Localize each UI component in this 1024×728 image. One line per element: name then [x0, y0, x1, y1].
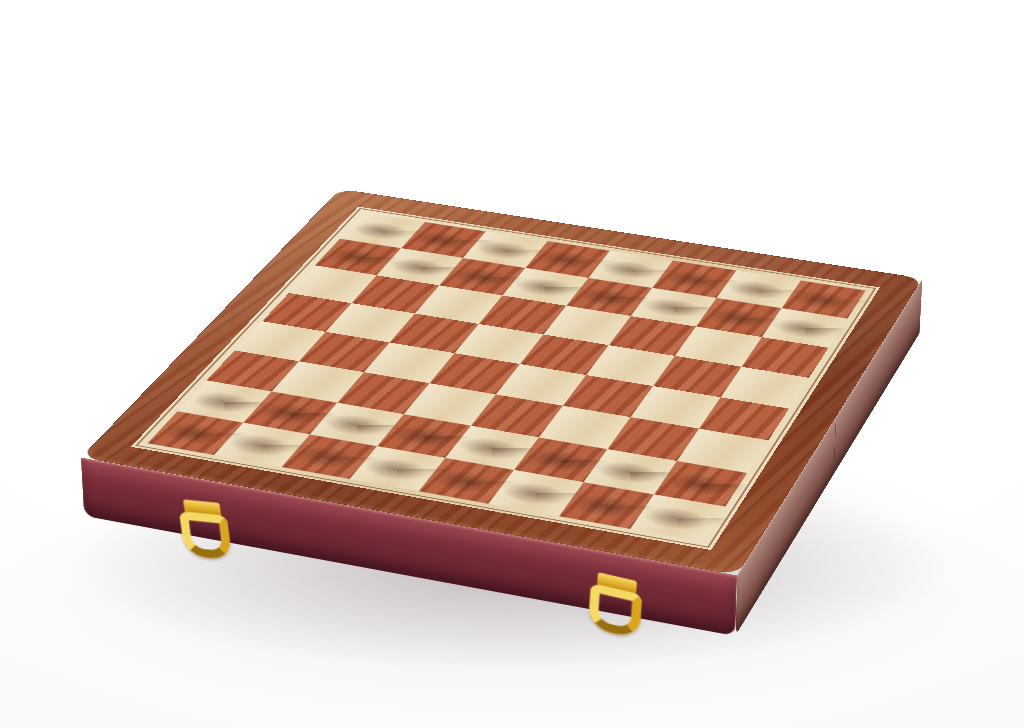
chess-board-box: ♜♞♝♛♚♝♞♜♟♟♟♟♟♟♟♟♟♟♟♟♟♟♟♟♜♞♝♚♛♝♞♜ [81, 189, 923, 575]
photo-stage: ♜♞♝♛♚♝♞♜♟♟♟♟♟♟♟♟♟♟♟♟♟♟♟♟♜♞♝♚♛♝♞♜ [0, 0, 1024, 728]
scene-3d: ♜♞♝♛♚♝♞♜♟♟♟♟♟♟♟♟♟♟♟♟♟♟♟♟♜♞♝♚♛♝♞♜ [0, 0, 1024, 728]
fold-seam [834, 422, 836, 468]
square-h1[interactable]: ♜ [630, 494, 725, 541]
clasp-ring [179, 511, 232, 560]
clasp-left [176, 499, 234, 571]
chess-piece-glyph: ♟ [745, 213, 864, 346]
chess-piece-glyph: ♜ [598, 364, 757, 541]
clasp-right [586, 571, 644, 650]
